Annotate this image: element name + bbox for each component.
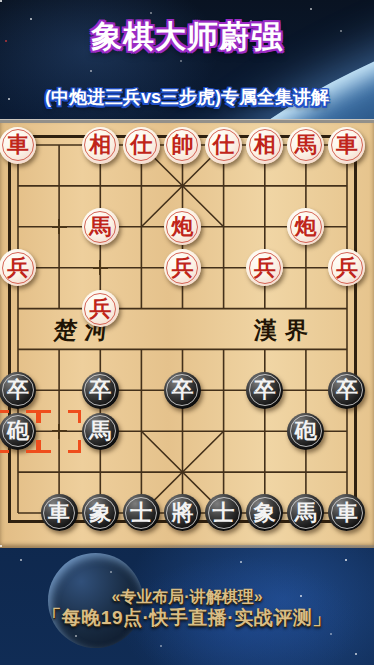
star-field-bottom (0, 545, 2, 547)
piece-glyph: 帥 (171, 134, 193, 156)
red-chariot[interactable]: 車 (328, 127, 365, 164)
red-cannon[interactable]: 炮 (164, 208, 201, 245)
red-horse[interactable]: 馬 (82, 208, 119, 245)
board-grid: 車相仕帥仕相馬車馬炮炮兵兵兵兵兵卒卒卒卒卒砲馬砲車象士將士象馬車 (0, 125, 368, 534)
piece-glyph: 馬 (89, 216, 111, 238)
footer: «专业布局·讲解棋理» 「每晚19点·快手直播·实战评测」 (0, 545, 374, 665)
piece-glyph: 仕 (130, 134, 152, 156)
piece-glyph: 卒 (7, 379, 29, 401)
page-subtitle: (中炮进三兵vs三步虎)专属全集讲解 (0, 85, 374, 109)
piece-glyph: 炮 (295, 216, 317, 238)
star-field (0, 0, 2, 2)
red-pawn[interactable]: 兵 (164, 249, 201, 286)
red-pawn[interactable]: 兵 (82, 290, 119, 327)
red-elephant[interactable]: 相 (82, 127, 119, 164)
red-chariot[interactable]: 車 (0, 127, 36, 164)
piece-glyph: 象 (254, 502, 276, 524)
piece-glyph: 士 (213, 502, 235, 524)
black-elephant[interactable]: 象 (246, 494, 283, 531)
black-pawn[interactable]: 卒 (0, 372, 36, 409)
black-horse[interactable]: 馬 (287, 494, 324, 531)
page-title: 象棋大师蔚强 (0, 16, 374, 58)
piece-glyph: 車 (336, 502, 358, 524)
piece-glyph: 將 (171, 502, 193, 524)
point-marker (52, 424, 67, 439)
footer-schedule: 「每晚19点·快手直播·实战评测」 (0, 605, 374, 631)
red-pawn[interactable]: 兵 (328, 249, 365, 286)
piece-glyph: 兵 (254, 257, 276, 279)
black-advisor[interactable]: 士 (123, 494, 160, 531)
black-chariot[interactable]: 車 (41, 494, 78, 531)
piece-glyph: 卒 (171, 379, 193, 401)
red-pawn[interactable]: 兵 (246, 249, 283, 286)
piece-glyph: 馬 (89, 420, 111, 442)
piece-glyph: 象 (89, 502, 111, 524)
header: 象棋大师蔚强 (中炮进三兵vs三步虎)专属全集讲解 (0, 0, 374, 120)
piece-glyph: 炮 (171, 216, 193, 238)
black-pawn[interactable]: 卒 (164, 372, 201, 409)
red-horse[interactable]: 馬 (287, 127, 324, 164)
piece-glyph: 砲 (295, 420, 317, 442)
xiangqi-board: 楚河 漢界 車相仕帥仕相馬車馬炮炮兵兵兵兵兵卒卒卒卒卒砲馬砲車象士將士象馬車 (0, 120, 374, 548)
piece-glyph: 相 (254, 134, 276, 156)
piece-glyph: 仕 (213, 134, 235, 156)
piece-glyph: 馬 (295, 502, 317, 524)
black-cannon[interactable]: 砲 (0, 413, 36, 450)
piece-glyph: 卒 (89, 379, 111, 401)
black-advisor[interactable]: 士 (205, 494, 242, 531)
point-marker (52, 219, 67, 234)
piece-glyph: 車 (48, 502, 70, 524)
point-marker (93, 260, 108, 275)
piece-glyph: 馬 (295, 134, 317, 156)
piece-glyph: 兵 (336, 257, 358, 279)
piece-glyph: 兵 (7, 257, 29, 279)
piece-glyph: 兵 (89, 298, 111, 320)
black-elephant[interactable]: 象 (82, 494, 119, 531)
red-elephant[interactable]: 相 (246, 127, 283, 164)
piece-glyph: 相 (89, 134, 111, 156)
piece-glyph: 車 (7, 134, 29, 156)
black-pawn[interactable]: 卒 (246, 372, 283, 409)
red-advisor[interactable]: 仕 (123, 127, 160, 164)
red-king[interactable]: 帥 (164, 127, 201, 164)
video-frame: 象棋大师蔚强 (中炮进三兵vs三步虎)专属全集讲解 (0, 0, 374, 665)
red-cannon[interactable]: 炮 (287, 208, 324, 245)
black-cannon[interactable]: 砲 (287, 413, 324, 450)
black-horse[interactable]: 馬 (82, 413, 119, 450)
piece-glyph: 卒 (254, 379, 276, 401)
piece-glyph: 兵 (171, 257, 193, 279)
piece-glyph: 車 (336, 134, 358, 156)
piece-glyph: 卒 (336, 379, 358, 401)
black-pawn[interactable]: 卒 (328, 372, 365, 409)
black-pawn[interactable]: 卒 (82, 372, 119, 409)
red-pawn[interactable]: 兵 (0, 249, 36, 286)
black-chariot[interactable]: 車 (328, 494, 365, 531)
black-king[interactable]: 將 (164, 494, 201, 531)
red-advisor[interactable]: 仕 (205, 127, 242, 164)
piece-glyph: 砲 (7, 420, 29, 442)
piece-glyph: 士 (130, 502, 152, 524)
